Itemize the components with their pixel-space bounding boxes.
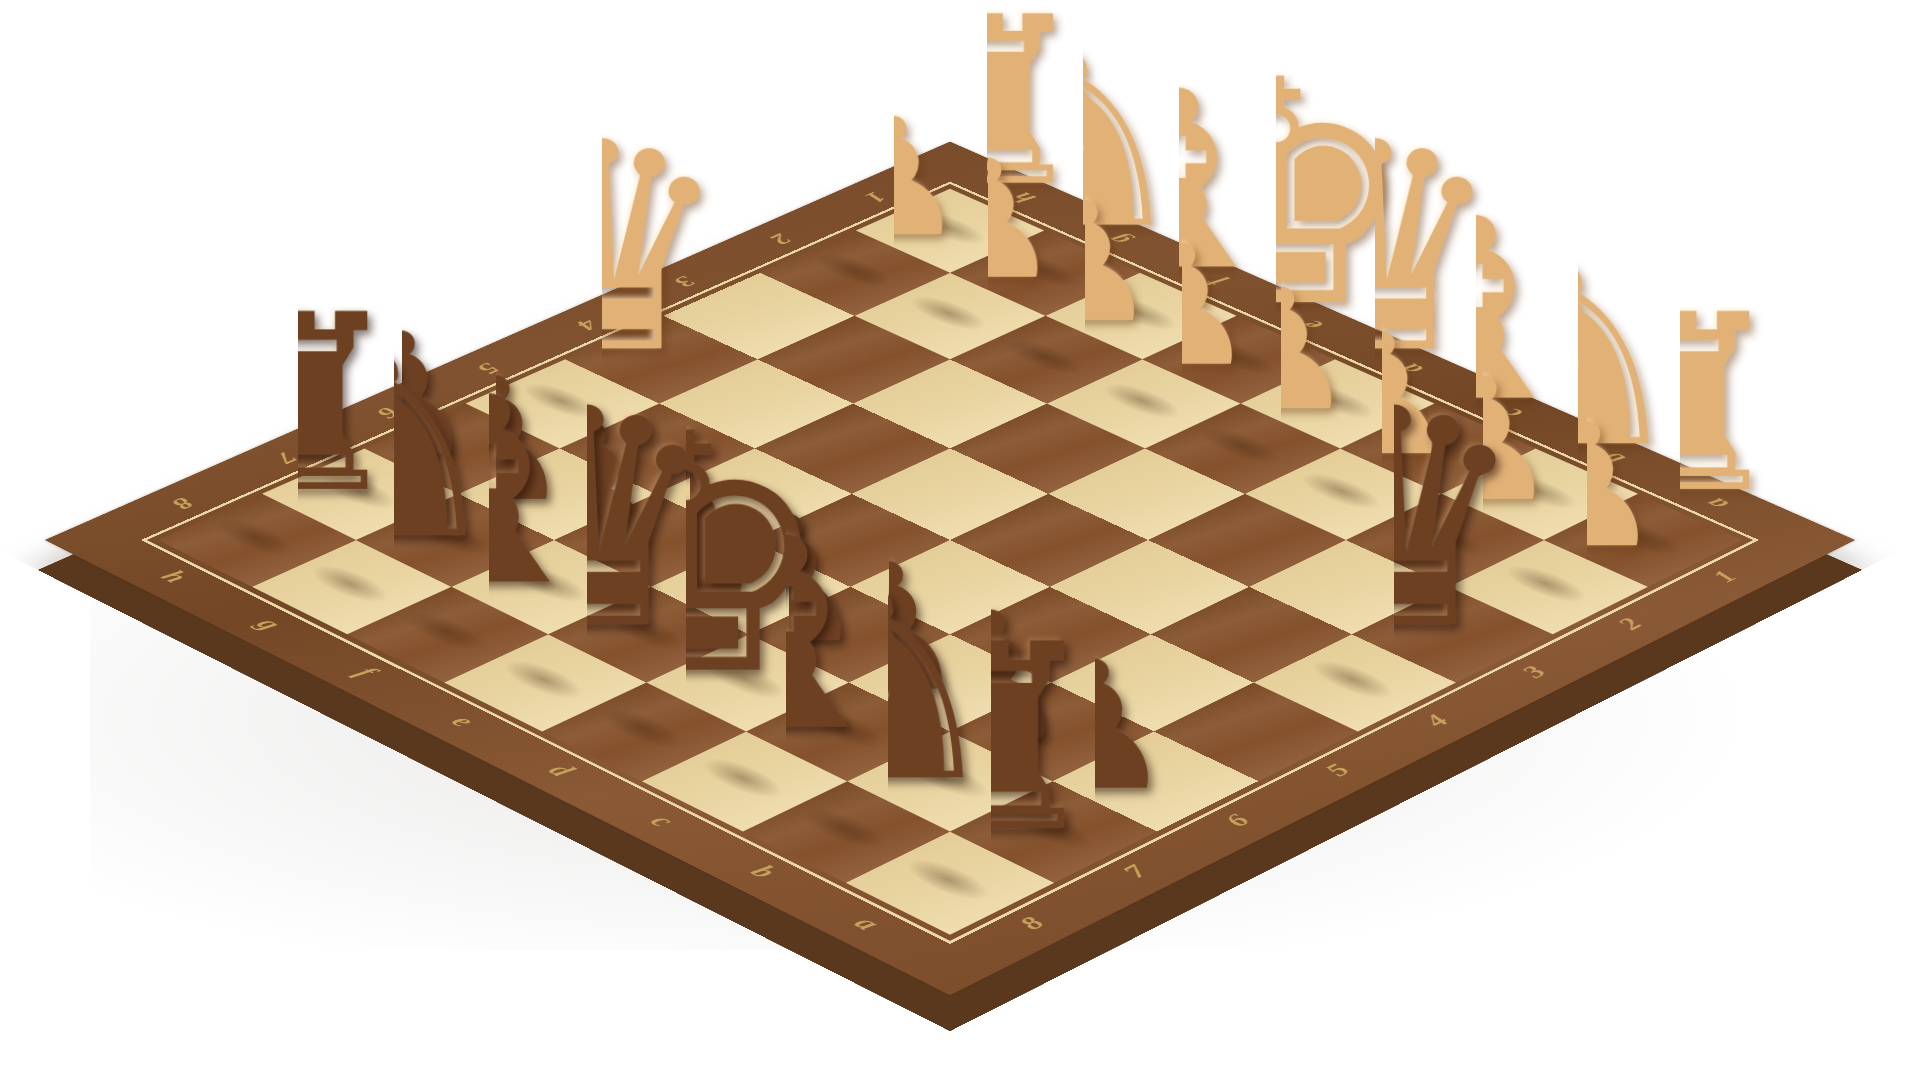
board-grid: ♜♞♝♚♛♝♞♜♟♟♟♟♟♟♟♟♛♛♟♟♟♟♟♟♟♟♜♞♝♛♚♝♞♜: [158, 189, 1742, 935]
chess-board: ♜♞♝♚♛♝♞♜♟♟♟♟♟♟♟♟♛♛♟♟♟♟♟♟♟♟♜♞♝♛♚♝♞♜ aabbc…: [45, 142, 1855, 996]
piece-glyph: ♜: [876, 618, 1107, 863]
piece-glyph: ♛: [1259, 378, 1529, 664]
square-a8[interactable]: ♜: [846, 832, 1055, 935]
piece-glyph: ♟: [1510, 406, 1663, 568]
board-border-inlay: ♜♞♝♚♛♝♞♜♟♟♟♟♟♟♟♟♛♛♟♟♟♟♟♟♟♟♜♞♝♛♚♝♞♜: [158, 189, 1742, 935]
